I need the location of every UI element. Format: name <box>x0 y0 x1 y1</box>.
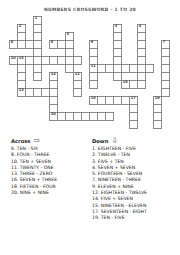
clue-number-label: 13 <box>19 89 24 93</box>
clue-number-label: 20 <box>51 113 56 117</box>
clue-number-label: 9 <box>91 41 93 45</box>
clue-number-label: 17 <box>131 97 136 101</box>
clue-number-label: 12 <box>75 73 80 77</box>
grid-cell[interactable] <box>73 88 82 97</box>
clue-number-label: 6 <box>11 41 13 45</box>
clue-number-label: 11 <box>91 65 96 69</box>
grid-cell[interactable] <box>105 112 114 121</box>
page-title: NUMBERS CROSSWORD - 1 TO 20 <box>0 7 180 12</box>
grid-cell[interactable] <box>137 80 146 89</box>
clue-number-label: 2 <box>19 25 21 29</box>
grid-cell[interactable] <box>129 120 138 129</box>
across-header-label: Across <box>11 138 30 144</box>
clue-number-label: 18 <box>91 97 96 101</box>
grid-cell[interactable] <box>73 56 82 65</box>
clue-number-label: 7 <box>163 41 165 45</box>
clue-number-label: 14 <box>51 73 56 77</box>
right-arrow-icon: ⇨ <box>33 137 40 145</box>
down-clues-section: Down ⇩ 1. EIGHTEEN - FIVE2. TWELVE - TEN… <box>92 137 176 222</box>
clue-number-label: 10 <box>11 57 16 61</box>
clue-number-label: 4 <box>139 25 141 29</box>
clue-number-label: 15 <box>19 57 24 61</box>
down-clue-19: 19. TEN - FIVE <box>92 215 176 221</box>
clue-number-label: 1 <box>35 17 37 21</box>
clue-number-label: 5 <box>67 33 69 37</box>
clue-number-label: 8 <box>51 41 53 45</box>
down-header-label: Down <box>92 138 108 144</box>
clue-number-label: 3 <box>115 25 117 29</box>
clue-number-label: 16 <box>123 81 128 85</box>
across-clue-20: 20. NINE + NINE <box>11 190 89 196</box>
worksheet-page: NUMBERS CROSSWORD - 1 TO 20 123456897101… <box>0 0 180 255</box>
down-header: Down ⇩ <box>92 137 176 145</box>
across-header: Across ⇨ <box>11 137 89 145</box>
crossword-grid: 1234568971015111412161318171920 <box>9 16 174 131</box>
grid-cell[interactable] <box>145 64 154 73</box>
grid-cell[interactable] <box>153 120 162 129</box>
grid-cell[interactable] <box>33 72 42 81</box>
clue-number-label: 19 <box>155 97 160 101</box>
down-clue-list: 1. EIGHTEEN - FIVE2. TWELVE - TEN3. FIVE… <box>92 146 176 222</box>
down-arrow-icon: ⇩ <box>111 137 118 145</box>
grid-cell[interactable] <box>161 88 170 97</box>
grid-cell[interactable] <box>89 80 98 89</box>
across-clues-section: Across ⇨ 6. TEN - SIX8. FOUR - THREE10. … <box>11 137 89 196</box>
across-clue-list: 6. TEN - SIX8. FOUR - THREE10. TEN + SEV… <box>11 146 89 196</box>
